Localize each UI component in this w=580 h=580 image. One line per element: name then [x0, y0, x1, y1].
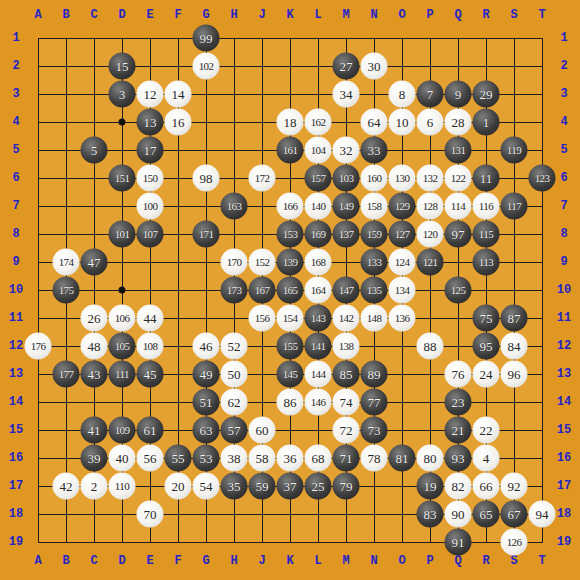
- move-number: 90: [452, 508, 465, 521]
- go-stone-black: 167: [249, 277, 276, 304]
- move-number: 122: [451, 173, 466, 184]
- go-stone-black: 67: [501, 501, 528, 528]
- go-stone-black: 111: [109, 361, 136, 388]
- go-stone-black: 147: [333, 277, 360, 304]
- row-label-left: 4: [12, 115, 19, 129]
- go-stone-white: 166: [277, 193, 304, 220]
- go-stone-black: 1: [473, 109, 500, 136]
- move-number: 21: [452, 424, 465, 437]
- column-label-top: T: [538, 8, 545, 22]
- move-number: 63: [200, 424, 213, 437]
- move-number: 176: [31, 341, 46, 352]
- move-number: 125: [451, 285, 466, 296]
- go-stone-black: 35: [221, 473, 248, 500]
- column-label-bottom: D: [118, 554, 125, 568]
- go-stone-black: 139: [277, 249, 304, 276]
- move-number: 14: [172, 88, 185, 101]
- go-stone-white: 12: [137, 81, 164, 108]
- move-number: 64: [368, 116, 381, 129]
- move-number: 77: [368, 396, 381, 409]
- go-stone-white: 6: [417, 109, 444, 136]
- move-number: 40: [116, 452, 129, 465]
- column-label-top: N: [370, 8, 377, 22]
- move-number: 135: [367, 285, 382, 296]
- move-number: 133: [367, 257, 382, 268]
- go-stone-white: 162: [305, 109, 332, 136]
- move-number: 17: [144, 144, 157, 157]
- move-number: 147: [339, 285, 354, 296]
- move-number: 152: [255, 257, 270, 268]
- go-stone-white: 58: [249, 445, 276, 472]
- move-number: 153: [283, 229, 298, 240]
- go-stone-black: 163: [221, 193, 248, 220]
- go-stone-black: 47: [81, 249, 108, 276]
- move-number: 163: [227, 201, 242, 212]
- go-stone-black: 173: [221, 277, 248, 304]
- move-number: 33: [368, 144, 381, 157]
- go-stone-white: 50: [221, 361, 248, 388]
- go-stone-white: 66: [473, 473, 500, 500]
- go-stone-white: 130: [389, 165, 416, 192]
- go-stone-black: 153: [277, 221, 304, 248]
- go-stone-black: 157: [305, 165, 332, 192]
- go-stone-black: 123: [529, 165, 556, 192]
- go-stone-black: 13: [137, 109, 164, 136]
- row-label-left: 7: [12, 199, 19, 213]
- go-stone-black: 53: [193, 445, 220, 472]
- go-stone-black: 23: [445, 389, 472, 416]
- move-number: 96: [508, 368, 521, 381]
- move-number: 51: [200, 396, 213, 409]
- go-stone-black: 25: [305, 473, 332, 500]
- go-stone-white: 98: [193, 165, 220, 192]
- go-stone-white: 82: [445, 473, 472, 500]
- go-stone-white: 122: [445, 165, 472, 192]
- go-stone-black: 95: [473, 333, 500, 360]
- move-number: 80: [424, 452, 437, 465]
- move-number: 111: [115, 369, 129, 380]
- move-number: 99: [200, 32, 213, 45]
- move-number: 25: [312, 480, 325, 493]
- go-stone-black: 85: [333, 361, 360, 388]
- go-stone-black: 141: [305, 333, 332, 360]
- go-stone-black: 49: [193, 361, 220, 388]
- go-stone-black: 65: [473, 501, 500, 528]
- go-stone-white: 70: [137, 501, 164, 528]
- go-stone-black: 113: [473, 249, 500, 276]
- column-label-bottom: O: [398, 554, 405, 568]
- move-number: 161: [283, 145, 298, 156]
- go-stone-black: 19: [417, 473, 444, 500]
- go-stone-white: 78: [361, 445, 388, 472]
- row-label-left: 17: [9, 479, 23, 493]
- go-stone-black: 169: [305, 221, 332, 248]
- move-number: 3: [119, 88, 126, 101]
- column-label-bottom: Q: [454, 554, 461, 568]
- move-number: 81: [396, 452, 409, 465]
- move-number: 128: [423, 201, 438, 212]
- move-number: 37: [284, 480, 297, 493]
- move-number: 23: [452, 396, 465, 409]
- move-number: 166: [283, 201, 298, 212]
- move-number: 102: [199, 61, 214, 72]
- move-number: 123: [535, 173, 550, 184]
- move-number: 89: [368, 368, 381, 381]
- move-number: 143: [311, 313, 326, 324]
- move-number: 20: [172, 480, 185, 493]
- column-label-bottom: R: [482, 554, 489, 568]
- go-stone-white: 72: [333, 417, 360, 444]
- move-number: 94: [536, 508, 549, 521]
- column-label-bottom: E: [146, 554, 153, 568]
- go-stone-white: 30: [361, 53, 388, 80]
- go-stone-white: 156: [249, 305, 276, 332]
- move-number: 168: [311, 257, 326, 268]
- go-stone-black: 73: [361, 417, 388, 444]
- move-number: 49: [200, 368, 213, 381]
- move-number: 136: [395, 313, 410, 324]
- go-stone-white: 60: [249, 417, 276, 444]
- go-stone-white: 42: [53, 473, 80, 500]
- row-label-left: 3: [12, 87, 19, 101]
- go-stone-white: 92: [501, 473, 528, 500]
- go-stone-white: 160: [361, 165, 388, 192]
- column-label-bottom: P: [426, 554, 433, 568]
- move-number: 116: [479, 201, 493, 212]
- move-number: 101: [115, 229, 130, 240]
- move-number: 7: [427, 88, 434, 101]
- go-stone-white: 102: [193, 53, 220, 80]
- go-stone-white: 168: [305, 249, 332, 276]
- go-stone-white: 32: [333, 137, 360, 164]
- move-number: 158: [367, 201, 382, 212]
- go-stone-white: 120: [417, 221, 444, 248]
- move-number: 160: [367, 173, 382, 184]
- column-label-bottom: B: [62, 554, 69, 568]
- go-stone-black: 103: [333, 165, 360, 192]
- move-number: 67: [508, 508, 521, 521]
- go-stone-white: 90: [445, 501, 472, 528]
- go-stone-white: 146: [305, 389, 332, 416]
- move-number: 151: [115, 173, 130, 184]
- go-stone-black: 9: [445, 81, 472, 108]
- go-stone-white: 20: [165, 473, 192, 500]
- move-number: 35: [228, 480, 241, 493]
- go-stone-black: 177: [53, 361, 80, 388]
- column-label-bottom: J: [258, 554, 265, 568]
- move-number: 139: [283, 257, 298, 268]
- go-stone-black: 89: [361, 361, 388, 388]
- go-stone-white: 110: [109, 473, 136, 500]
- move-number: 169: [311, 229, 326, 240]
- go-stone-black: 109: [109, 417, 136, 444]
- go-stone-white: 128: [417, 193, 444, 220]
- row-label-left: 11: [9, 311, 23, 325]
- row-label-right: 9: [560, 255, 567, 269]
- go-stone-black: 133: [361, 249, 388, 276]
- go-stone-white: 114: [445, 193, 472, 220]
- column-label-bottom: N: [370, 554, 377, 568]
- move-number: 9: [455, 88, 462, 101]
- go-stone-white: 108: [137, 333, 164, 360]
- go-stone-black: 131: [445, 137, 472, 164]
- column-label-top: C: [90, 8, 97, 22]
- go-stone-black: 105: [109, 333, 136, 360]
- row-label-left: 1: [12, 31, 19, 45]
- move-number: 48: [88, 340, 101, 353]
- move-number: 24: [480, 368, 493, 381]
- move-number: 65: [480, 508, 493, 521]
- row-label-left: 15: [9, 423, 23, 437]
- go-stone-black: 171: [193, 221, 220, 248]
- move-number: 13: [144, 116, 157, 129]
- move-number: 72: [340, 424, 353, 437]
- move-number: 88: [424, 340, 437, 353]
- column-label-bottom: A: [34, 554, 41, 568]
- column-label-top: D: [118, 8, 125, 22]
- go-stone-white: 150: [137, 165, 164, 192]
- row-label-left: 6: [12, 171, 19, 185]
- go-stone-black: 99: [193, 25, 220, 52]
- move-number: 27: [340, 60, 353, 73]
- row-label-left: 5: [12, 143, 19, 157]
- move-number: 117: [507, 201, 521, 212]
- go-stone-black: 161: [277, 137, 304, 164]
- go-stone-white: 18: [277, 109, 304, 136]
- go-stone-white: 174: [53, 249, 80, 276]
- move-number: 75: [480, 312, 493, 325]
- move-number: 52: [228, 340, 241, 353]
- go-stone-white: 2: [81, 473, 108, 500]
- move-number: 140: [311, 201, 326, 212]
- move-number: 175: [59, 285, 74, 296]
- row-label-left: 8: [12, 227, 19, 241]
- go-stone-black: 77: [361, 389, 388, 416]
- row-label-right: 14: [557, 395, 571, 409]
- go-stone-white: 36: [277, 445, 304, 472]
- row-label-right: 19: [557, 535, 571, 549]
- row-label-right: 15: [557, 423, 571, 437]
- move-number: 167: [255, 285, 270, 296]
- move-number: 108: [143, 341, 158, 352]
- column-label-top: M: [342, 8, 349, 22]
- go-stone-black: 151: [109, 165, 136, 192]
- go-stone-black: 79: [333, 473, 360, 500]
- move-number: 34: [340, 88, 353, 101]
- move-number: 120: [423, 229, 438, 240]
- move-number: 159: [367, 229, 382, 240]
- go-stone-white: 26: [81, 305, 108, 332]
- go-stone-black: 129: [389, 193, 416, 220]
- go-stone-black: 55: [165, 445, 192, 472]
- go-stone-black: 37: [277, 473, 304, 500]
- go-stone-black: 27: [333, 53, 360, 80]
- go-stone-white: 76: [445, 361, 472, 388]
- move-number: 11: [480, 172, 493, 185]
- column-label-top: L: [314, 8, 321, 22]
- go-stone-white: 28: [445, 109, 472, 136]
- move-number: 137: [339, 229, 354, 240]
- go-stone-black: 3: [109, 81, 136, 108]
- row-label-right: 6: [560, 171, 567, 185]
- go-stone-black: 101: [109, 221, 136, 248]
- go-stone-black: 149: [333, 193, 360, 220]
- go-stone-black: 83: [417, 501, 444, 528]
- row-label-right: 8: [560, 227, 567, 241]
- go-stone-black: 39: [81, 445, 108, 472]
- column-label-bottom: K: [286, 554, 293, 568]
- move-number: 19: [424, 480, 437, 493]
- go-stone-white: 144: [305, 361, 332, 388]
- go-stone-black: 7: [417, 81, 444, 108]
- row-label-right: 7: [560, 199, 567, 213]
- column-label-top: P: [426, 8, 433, 22]
- row-label-left: 16: [9, 451, 23, 465]
- move-number: 8: [399, 88, 406, 101]
- move-number: 100: [143, 201, 158, 212]
- move-number: 26: [88, 312, 101, 325]
- move-number: 106: [115, 313, 130, 324]
- move-number: 74: [340, 396, 353, 409]
- go-stone-white: 142: [333, 305, 360, 332]
- column-label-bottom: M: [342, 554, 349, 568]
- go-stone-black: 165: [277, 277, 304, 304]
- star-point: [119, 119, 126, 126]
- move-number: 127: [395, 229, 410, 240]
- move-number: 61: [144, 424, 157, 437]
- go-stone-white: 4: [473, 445, 500, 472]
- go-stone-black: 59: [249, 473, 276, 500]
- move-number: 50: [228, 368, 241, 381]
- go-stone-black: 135: [361, 277, 388, 304]
- go-stone-white: 68: [305, 445, 332, 472]
- row-label-right: 13: [557, 367, 571, 381]
- column-label-top: S: [510, 8, 517, 22]
- move-number: 174: [59, 257, 74, 268]
- go-stone-white: 54: [193, 473, 220, 500]
- go-stone-white: 148: [361, 305, 388, 332]
- go-stone-white: 164: [305, 277, 332, 304]
- go-stone-white: 172: [249, 165, 276, 192]
- move-number: 43: [88, 368, 101, 381]
- go-stone-black: 121: [417, 249, 444, 276]
- go-stone-white: 10: [389, 109, 416, 136]
- move-number: 95: [480, 340, 493, 353]
- move-number: 55: [172, 452, 185, 465]
- go-stone-white: 134: [389, 277, 416, 304]
- go-stone-black: 117: [501, 193, 528, 220]
- column-label-top: H: [230, 8, 237, 22]
- move-number: 53: [200, 452, 213, 465]
- go-stone-white: 22: [473, 417, 500, 444]
- move-number: 114: [451, 201, 465, 212]
- go-stone-black: 115: [473, 221, 500, 248]
- go-stone-black: 43: [81, 361, 108, 388]
- go-stone-white: 170: [221, 249, 248, 276]
- go-stone-white: 140: [305, 193, 332, 220]
- move-number: 165: [283, 285, 298, 296]
- go-stone-white: 56: [137, 445, 164, 472]
- move-number: 171: [199, 229, 214, 240]
- move-number: 59: [256, 480, 269, 493]
- move-number: 16: [172, 116, 185, 129]
- move-number: 44: [144, 312, 157, 325]
- move-number: 157: [311, 173, 326, 184]
- go-stone-black: 155: [277, 333, 304, 360]
- go-stone-black: 159: [361, 221, 388, 248]
- move-number: 119: [507, 145, 521, 156]
- move-number: 150: [143, 173, 158, 184]
- move-number: 154: [283, 313, 298, 324]
- move-number: 45: [144, 368, 157, 381]
- move-number: 134: [395, 285, 410, 296]
- move-number: 129: [395, 201, 410, 212]
- column-label-bottom: L: [314, 554, 321, 568]
- move-number: 110: [115, 481, 129, 492]
- go-stone-white: 52: [221, 333, 248, 360]
- go-stone-white: 152: [249, 249, 276, 276]
- move-number: 91: [452, 536, 465, 549]
- move-number: 71: [340, 452, 353, 465]
- move-number: 115: [479, 229, 493, 240]
- go-stone-white: 46: [193, 333, 220, 360]
- move-number: 109: [115, 425, 130, 436]
- go-stone-black: 91: [445, 529, 472, 556]
- go-stone-white: 106: [109, 305, 136, 332]
- move-number: 84: [508, 340, 521, 353]
- move-number: 107: [143, 229, 158, 240]
- column-label-bottom: S: [510, 554, 517, 568]
- go-stone-black: 15: [109, 53, 136, 80]
- go-stone-white: 44: [137, 305, 164, 332]
- row-label-left: 19: [9, 535, 23, 549]
- go-stone-white: 126: [501, 529, 528, 556]
- move-number: 98: [200, 172, 213, 185]
- go-stone-black: 97: [445, 221, 472, 248]
- move-number: 41: [88, 424, 101, 437]
- move-number: 5: [91, 144, 98, 157]
- move-number: 92: [508, 480, 521, 493]
- go-stone-black: 81: [389, 445, 416, 472]
- move-number: 76: [452, 368, 465, 381]
- go-stone-black: 63: [193, 417, 220, 444]
- move-number: 131: [451, 145, 466, 156]
- move-number: 170: [227, 257, 242, 268]
- move-number: 28: [452, 116, 465, 129]
- move-number: 29: [480, 88, 493, 101]
- column-label-bottom: F: [174, 554, 181, 568]
- go-stone-black: 17: [137, 137, 164, 164]
- move-number: 70: [144, 508, 157, 521]
- move-number: 36: [284, 452, 297, 465]
- go-stone-white: 40: [109, 445, 136, 472]
- move-number: 18: [284, 116, 297, 129]
- go-stone-white: 154: [277, 305, 304, 332]
- move-number: 1: [483, 116, 490, 129]
- move-number: 38: [228, 452, 241, 465]
- move-number: 4: [483, 452, 490, 465]
- move-number: 172: [255, 173, 270, 184]
- move-number: 144: [311, 369, 326, 380]
- move-number: 66: [480, 480, 493, 493]
- go-stone-white: 86: [277, 389, 304, 416]
- go-stone-white: 116: [473, 193, 500, 220]
- move-number: 142: [339, 313, 354, 324]
- move-number: 73: [368, 424, 381, 437]
- go-stone-white: 176: [25, 333, 52, 360]
- column-label-top: F: [174, 8, 181, 22]
- go-stone-white: 14: [165, 81, 192, 108]
